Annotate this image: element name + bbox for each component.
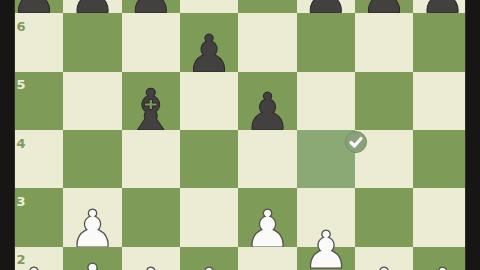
square-c2[interactable]: ♟ xyxy=(122,247,180,270)
square-g7[interactable]: ♟ xyxy=(355,0,413,13)
white-pawn-moving-f2-f4[interactable]: ♟ xyxy=(297,210,355,268)
square-h2[interactable]: ♟ xyxy=(413,247,471,270)
white-bishop-b2[interactable]: ♝ xyxy=(67,257,118,270)
square-d3[interactable] xyxy=(180,188,238,246)
square-e7[interactable] xyxy=(238,0,296,13)
white-pawn-h2[interactable]: ♟ xyxy=(419,261,466,270)
square-d2[interactable]: ♟ xyxy=(180,247,238,270)
white-pawn-d2[interactable]: ♟ xyxy=(186,261,233,270)
square-d5[interactable] xyxy=(180,72,238,130)
square-f7[interactable]: ♟ xyxy=(297,0,355,13)
square-h5[interactable] xyxy=(413,72,471,130)
video-frame: ♟♟♟♟♟♟♟♝♟♟♟♟♝♟♟♟♟ ♟ 65432 xyxy=(0,0,480,270)
square-h3[interactable] xyxy=(413,188,471,246)
square-b3[interactable]: ♟ xyxy=(63,188,121,246)
square-g2[interactable]: ♟ xyxy=(355,247,413,270)
square-e2[interactable] xyxy=(238,247,296,270)
square-b5[interactable] xyxy=(63,72,121,130)
square-b4[interactable] xyxy=(63,130,121,188)
white-pawn-animating[interactable]: ♟ xyxy=(303,224,350,270)
white-pawn-c2[interactable]: ♟ xyxy=(128,261,175,270)
white-pawn-g2[interactable]: ♟ xyxy=(361,261,408,270)
chess-board[interactable]: ♟♟♟♟♟♟♟♝♟♟♟♟♝♟♟♟♟ xyxy=(5,0,472,270)
square-e4[interactable] xyxy=(238,130,296,188)
square-g3[interactable] xyxy=(355,188,413,246)
square-h7[interactable]: ♟ xyxy=(413,0,471,13)
square-b7[interactable]: ♟ xyxy=(63,0,121,13)
square-d7[interactable] xyxy=(180,0,238,13)
square-b6[interactable] xyxy=(63,13,121,71)
square-b2[interactable]: ♝ xyxy=(63,247,121,270)
square-h6[interactable] xyxy=(413,13,471,71)
square-h4[interactable] xyxy=(413,130,471,188)
square-g5[interactable] xyxy=(355,72,413,130)
square-f5[interactable] xyxy=(297,72,355,130)
square-d6[interactable]: ♟ xyxy=(180,13,238,71)
square-e3[interactable]: ♟ xyxy=(238,188,296,246)
square-d4[interactable] xyxy=(180,130,238,188)
square-c6[interactable] xyxy=(122,13,180,71)
letterbox-bar-left xyxy=(0,0,15,270)
square-e6[interactable] xyxy=(238,13,296,71)
square-c5[interactable]: ♝ xyxy=(122,72,180,130)
square-f6[interactable] xyxy=(297,13,355,71)
square-c3[interactable] xyxy=(122,188,180,246)
square-c4[interactable] xyxy=(122,130,180,188)
square-e5[interactable]: ♟ xyxy=(238,72,296,130)
white-pawn-a2[interactable]: ♟ xyxy=(11,261,58,270)
square-c7[interactable]: ♟ xyxy=(122,0,180,13)
letterbox-bar-right xyxy=(465,0,480,270)
correct-move-check-icon xyxy=(345,131,367,153)
square-g6[interactable] xyxy=(355,13,413,71)
